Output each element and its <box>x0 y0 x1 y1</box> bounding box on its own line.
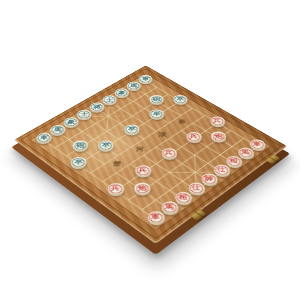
piece-glyph: 兵 <box>190 134 198 139</box>
piece-glyph: 仕 <box>217 167 226 173</box>
piece-black-soldier[interactable]: 卒 <box>146 108 166 120</box>
piece-glyph: 卒 <box>74 160 83 165</box>
piece-glyph: 帥 <box>205 176 214 182</box>
piece-glyph: 砲 <box>153 97 161 101</box>
piece-glyph: 車 <box>39 135 48 140</box>
piece-glyph: 砲 <box>76 143 85 148</box>
piece-glyph: 炮 <box>214 134 222 139</box>
piece-glyph: 卒 <box>128 127 136 132</box>
piece-red-soldier[interactable]: 兵 <box>158 146 180 160</box>
piece-glyph: 兵 <box>111 186 120 192</box>
piece-glyph: 相 <box>179 195 188 201</box>
piece-glyph: 炮 <box>138 186 147 192</box>
piece-glyph: 士 <box>80 112 88 117</box>
piece-glyph: 車 <box>151 214 160 220</box>
piece-glyph: 相 <box>229 159 238 164</box>
piece-red-cannon[interactable]: 炮 <box>208 130 229 143</box>
piece-glyph: 兵 <box>213 119 221 124</box>
piece-glyph: 兵 <box>139 168 147 174</box>
piece-black-soldier[interactable]: 卒 <box>121 123 142 136</box>
piece-glyph: 將 <box>93 105 101 110</box>
piece-glyph: 卒 <box>102 143 110 148</box>
piece-glyph: 馬 <box>53 128 62 133</box>
piece-black-soldier[interactable]: 卒 <box>67 155 89 169</box>
piece-black-cannon[interactable]: 砲 <box>70 139 91 153</box>
piece-glyph: 卒 <box>176 97 184 101</box>
piece-red-soldier[interactable]: 兵 <box>104 181 127 197</box>
piece-glyph: 士 <box>106 98 114 103</box>
piece-glyph: 車 <box>253 142 262 147</box>
piece-glyph: 馬 <box>165 204 174 210</box>
piece-red-soldier[interactable]: 兵 <box>132 163 154 178</box>
piece-glyph: 兵 <box>165 151 173 156</box>
piece-glyph: 車 <box>142 77 149 81</box>
piece-glyph: 仕 <box>192 185 201 191</box>
xiangqi-board: 楚河漢界 車馬象士將士象馬車砲砲卒卒卒卒卒兵兵兵兵兵炮炮車馬相仕帥仕相馬車 <box>14 65 287 243</box>
piece-red-soldier[interactable]: 兵 <box>183 130 204 143</box>
playing-field: 楚河漢界 車馬象士將士象馬車砲砲卒卒卒卒卒兵兵兵兵兵炮炮車馬相仕帥仕相馬車 <box>31 74 270 230</box>
product-photo: 楚河漢界 車馬象士將士象馬車砲砲卒卒卒卒卒兵兵兵兵兵炮炮車馬相仕帥仕相馬車 <box>0 0 300 300</box>
piece-glyph: 象 <box>67 120 75 125</box>
piece-black-cannon[interactable]: 砲 <box>147 94 167 106</box>
piece-glyph: 馬 <box>241 150 250 155</box>
piece-glyph: 馬 <box>130 84 137 88</box>
perspective-wrapper: 楚河漢界 車馬象士將士象馬車砲砲卒卒卒卒卒兵兵兵兵兵炮炮車馬相仕帥仕相馬車 <box>0 0 300 300</box>
piece-glyph: 卒 <box>153 112 161 117</box>
pieces-grid: 車馬象士將士象馬車砲砲卒卒卒卒卒兵兵兵兵兵炮炮車馬相仕帥仕相馬車 <box>31 74 270 230</box>
piece-black-soldier[interactable]: 卒 <box>95 139 116 153</box>
piece-red-cannon[interactable]: 炮 <box>131 181 154 197</box>
piece-glyph: 象 <box>118 91 126 95</box>
